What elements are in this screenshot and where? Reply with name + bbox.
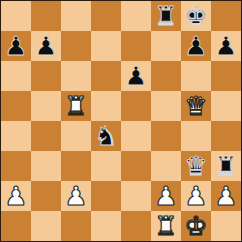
square-f1[interactable]: ♜	[151, 211, 181, 241]
square-f2[interactable]: ♟	[151, 181, 181, 211]
white-pawn[interactable]: ♟	[4, 181, 27, 211]
square-d5[interactable]	[91, 91, 121, 121]
square-g7[interactable]: ♟	[181, 31, 211, 61]
square-h6[interactable]	[211, 61, 241, 91]
square-e8[interactable]	[121, 1, 151, 31]
square-a3[interactable]	[1, 151, 31, 181]
square-h8[interactable]	[211, 1, 241, 31]
white-pawn[interactable]: ♟	[184, 181, 207, 211]
square-b4[interactable]	[31, 121, 61, 151]
square-c7[interactable]	[61, 31, 91, 61]
square-h3[interactable]: ♜	[211, 151, 241, 181]
square-b8[interactable]	[31, 1, 61, 31]
square-h5[interactable]	[211, 91, 241, 121]
white-pawn[interactable]: ♟	[64, 181, 87, 211]
square-d1[interactable]	[91, 211, 121, 241]
square-e7[interactable]	[121, 31, 151, 61]
square-b7[interactable]: ♟	[31, 31, 61, 61]
square-e4[interactable]	[121, 121, 151, 151]
square-h7[interactable]: ♟	[211, 31, 241, 61]
square-d3[interactable]	[91, 151, 121, 181]
square-c5[interactable]: ♜	[61, 91, 91, 121]
square-f4[interactable]	[151, 121, 181, 151]
square-f6[interactable]	[151, 61, 181, 91]
white-queen[interactable]: ♛	[184, 91, 207, 121]
square-e2[interactable]	[121, 181, 151, 211]
white-rook[interactable]: ♜	[154, 211, 177, 241]
square-e1[interactable]	[121, 211, 151, 241]
black-pawn[interactable]: ♟	[4, 31, 27, 61]
square-g4[interactable]	[181, 121, 211, 151]
square-c2[interactable]: ♟	[61, 181, 91, 211]
square-g1[interactable]: ♚	[181, 211, 211, 241]
black-king[interactable]: ♚	[184, 1, 207, 31]
square-h4[interactable]	[211, 121, 241, 151]
black-rook[interactable]: ♜	[154, 1, 177, 31]
square-h1[interactable]	[211, 211, 241, 241]
square-a2[interactable]: ♟	[1, 181, 31, 211]
square-c8[interactable]	[61, 1, 91, 31]
square-b3[interactable]	[31, 151, 61, 181]
square-c6[interactable]	[61, 61, 91, 91]
square-a6[interactable]	[1, 61, 31, 91]
chess-board-frame: ♜♚♟♟♟♟♟♜♛♞♛♜♟♟♟♟♟♜♚	[0, 0, 242, 242]
square-f7[interactable]	[151, 31, 181, 61]
square-g6[interactable]	[181, 61, 211, 91]
square-d8[interactable]	[91, 1, 121, 31]
square-a1[interactable]	[1, 211, 31, 241]
square-d7[interactable]	[91, 31, 121, 61]
square-c1[interactable]	[61, 211, 91, 241]
square-b6[interactable]	[31, 61, 61, 91]
square-d2[interactable]	[91, 181, 121, 211]
square-h2[interactable]: ♟	[211, 181, 241, 211]
white-rook[interactable]: ♜	[64, 91, 87, 121]
square-a4[interactable]	[1, 121, 31, 151]
black-rook[interactable]: ♜	[214, 151, 237, 181]
black-pawn[interactable]: ♟	[124, 61, 147, 91]
square-b2[interactable]	[31, 181, 61, 211]
square-f3[interactable]	[151, 151, 181, 181]
square-e3[interactable]	[121, 151, 151, 181]
square-g8[interactable]: ♚	[181, 1, 211, 31]
square-e5[interactable]	[121, 91, 151, 121]
square-a8[interactable]	[1, 1, 31, 31]
white-pawn[interactable]: ♟	[214, 181, 237, 211]
square-g2[interactable]: ♟	[181, 181, 211, 211]
black-pawn[interactable]: ♟	[34, 31, 57, 61]
square-c4[interactable]	[61, 121, 91, 151]
square-g5[interactable]: ♛	[181, 91, 211, 121]
square-a5[interactable]	[1, 91, 31, 121]
black-pawn[interactable]: ♟	[214, 31, 237, 61]
square-g3[interactable]: ♛	[181, 151, 211, 181]
square-f8[interactable]: ♜	[151, 1, 181, 31]
square-b1[interactable]	[31, 211, 61, 241]
square-f5[interactable]	[151, 91, 181, 121]
black-pawn[interactable]: ♟	[184, 31, 207, 61]
square-b5[interactable]	[31, 91, 61, 121]
black-knight[interactable]: ♞	[94, 121, 117, 151]
square-c3[interactable]	[61, 151, 91, 181]
chess-board: ♜♚♟♟♟♟♟♜♛♞♛♜♟♟♟♟♟♜♚	[1, 1, 241, 241]
square-e6[interactable]: ♟	[121, 61, 151, 91]
white-pawn[interactable]: ♟	[154, 181, 177, 211]
square-d4[interactable]: ♞	[91, 121, 121, 151]
black-queen[interactable]: ♛	[184, 151, 207, 181]
white-king[interactable]: ♚	[184, 211, 207, 241]
square-a7[interactable]: ♟	[1, 31, 31, 61]
square-d6[interactable]	[91, 61, 121, 91]
